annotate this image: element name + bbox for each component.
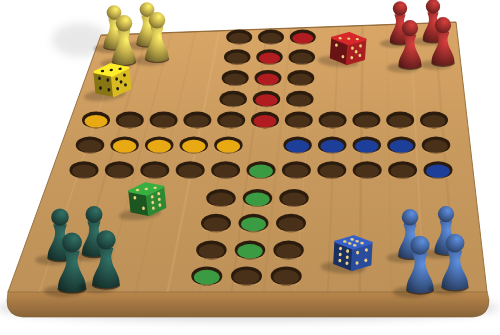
hole-r8c6-green[interactable] — [243, 189, 273, 207]
hole-r9c6-green[interactable] — [239, 214, 269, 232]
hole-r2c7-empty[interactable] — [289, 49, 316, 65]
hole-r7c8-empty[interactable] — [317, 161, 346, 179]
hole-r6c3-yellow[interactable] — [145, 136, 174, 153]
hole-r8c7-empty[interactable] — [279, 189, 309, 207]
hole-r11c5-green[interactable] — [191, 266, 222, 285]
ludo-board-photo — [0, 0, 500, 335]
hole-r1c6-empty[interactable] — [258, 29, 284, 44]
hole-r6c11-empty[interactable] — [422, 136, 451, 153]
hole-r9c7-empty[interactable] — [276, 214, 306, 232]
hole-r5c6-red[interactable] — [251, 112, 279, 129]
hole-r7c4-empty[interactable] — [176, 161, 205, 179]
hole-r5c4-empty[interactable] — [183, 112, 211, 129]
hole-r10c5-empty[interactable] — [196, 241, 227, 260]
hole-r3c7-empty[interactable] — [287, 70, 314, 86]
hole-r5c9-empty[interactable] — [352, 112, 380, 129]
hole-r5c2-empty[interactable] — [116, 112, 144, 129]
hole-r7c6-green[interactable] — [247, 161, 276, 179]
board-scene — [0, 0, 500, 335]
hole-r10c7-empty[interactable] — [273, 241, 304, 260]
hole-r5c3-empty[interactable] — [150, 112, 178, 129]
hole-r7c9-empty[interactable] — [353, 161, 382, 179]
hole-r6c7-blue[interactable] — [283, 136, 312, 153]
hole-r6c1-empty[interactable] — [76, 136, 105, 153]
hole-r5c1-yellow[interactable] — [82, 112, 110, 129]
hole-r7c7-empty[interactable] — [282, 161, 311, 179]
hole-r6c9-blue[interactable] — [353, 136, 382, 153]
hole-r6c10-blue[interactable] — [387, 136, 416, 153]
hole-r5c5-empty[interactable] — [217, 112, 245, 129]
hole-r4c6-red[interactable] — [253, 91, 281, 107]
hole-r2c5-empty[interactable] — [224, 49, 251, 65]
hole-r7c1-empty[interactable] — [70, 161, 99, 179]
hole-r5c7-empty[interactable] — [285, 112, 313, 129]
hole-r10c6-green[interactable] — [235, 241, 266, 260]
hole-r1c7-red[interactable] — [290, 29, 316, 44]
hole-r6c8-blue[interactable] — [318, 136, 347, 153]
hole-r5c11-empty[interactable] — [420, 112, 448, 129]
hole-r2c6-red[interactable] — [256, 49, 283, 65]
hole-r7c11-blue[interactable] — [424, 161, 453, 179]
hole-r11c6-empty[interactable] — [231, 266, 262, 285]
hole-r6c5-yellow[interactable] — [214, 136, 243, 153]
hole-r7c3-empty[interactable] — [140, 161, 169, 179]
hole-r6c2-yellow[interactable] — [110, 136, 139, 153]
hole-r4c7-empty[interactable] — [286, 91, 314, 107]
hole-r7c10-empty[interactable] — [388, 161, 417, 179]
hole-r1c5-empty[interactable] — [226, 29, 252, 44]
hole-r7c2-empty[interactable] — [105, 161, 134, 179]
hole-r6c4-yellow[interactable] — [180, 136, 209, 153]
hole-r5c10-empty[interactable] — [386, 112, 414, 129]
hole-r4c5-empty[interactable] — [219, 91, 247, 107]
hole-r5c8-empty[interactable] — [319, 112, 347, 129]
hole-r7c5-empty[interactable] — [211, 161, 240, 179]
hole-r8c5-empty[interactable] — [206, 189, 236, 207]
hole-r9c5-empty[interactable] — [201, 214, 231, 232]
hole-r3c5-empty[interactable] — [222, 70, 249, 86]
hole-r3c6-red[interactable] — [255, 70, 282, 86]
hole-r11c7-empty[interactable] — [271, 266, 302, 285]
